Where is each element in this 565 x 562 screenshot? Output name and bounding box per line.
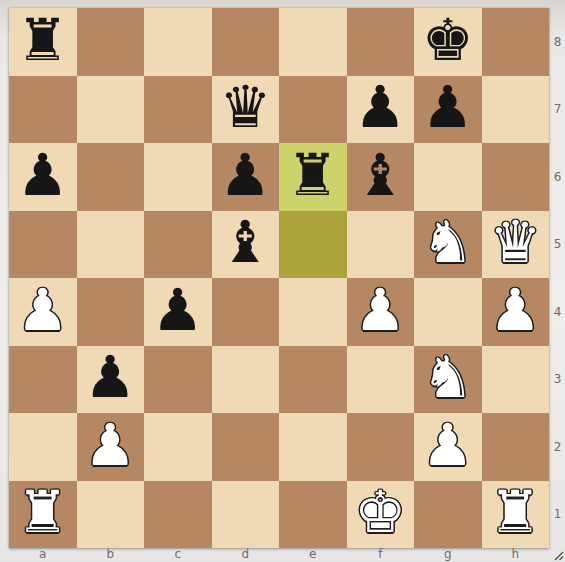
- square-d3[interactable]: [212, 346, 280, 414]
- white-rook[interactable]: ♜: [17, 483, 69, 541]
- square-d4[interactable]: [212, 278, 280, 346]
- square-g8[interactable]: ♚: [414, 8, 482, 76]
- square-a8[interactable]: ♜: [9, 8, 77, 76]
- square-h1[interactable]: ♜: [482, 481, 550, 549]
- file-label-h: h: [482, 546, 550, 562]
- rank-label-8: 8: [550, 8, 565, 76]
- square-e5[interactable]: [279, 211, 347, 279]
- square-e2[interactable]: [279, 413, 347, 481]
- file-label-b: b: [77, 546, 145, 562]
- square-a6[interactable]: ♟: [9, 143, 77, 211]
- square-e3[interactable]: [279, 346, 347, 414]
- page: ♜♚♛♟♟♟♟♜♝♝♞♛♟♟♟♟♟♞♟♟♜♚♜ 87654321 abcdefg…: [0, 0, 565, 562]
- file-coordinates: abcdefgh: [9, 546, 549, 562]
- white-knight[interactable]: ♞: [422, 213, 474, 271]
- square-a5[interactable]: [9, 211, 77, 279]
- square-c8[interactable]: [144, 8, 212, 76]
- file-label-e: e: [279, 546, 347, 562]
- black-pawn[interactable]: ♟: [219, 146, 271, 204]
- square-e7[interactable]: [279, 76, 347, 144]
- square-h5[interactable]: ♛: [482, 211, 550, 279]
- square-c6[interactable]: [144, 143, 212, 211]
- rank-label-6: 6: [550, 143, 565, 211]
- black-pawn[interactable]: ♟: [17, 146, 69, 204]
- black-pawn[interactable]: ♟: [84, 348, 136, 406]
- square-d8[interactable]: [212, 8, 280, 76]
- square-h2[interactable]: [482, 413, 550, 481]
- square-b6[interactable]: [77, 143, 145, 211]
- square-d5[interactable]: ♝: [212, 211, 280, 279]
- square-h7[interactable]: [482, 76, 550, 144]
- square-f7[interactable]: ♟: [347, 76, 415, 144]
- rank-label-1: 1: [550, 481, 565, 549]
- square-b2[interactable]: ♟: [77, 413, 145, 481]
- square-d2[interactable]: [212, 413, 280, 481]
- board-resize-handle-icon[interactable]: [551, 548, 564, 561]
- square-h8[interactable]: [482, 8, 550, 76]
- white-pawn[interactable]: ♟: [84, 416, 136, 474]
- rank-label-4: 4: [550, 278, 565, 346]
- square-c5[interactable]: [144, 211, 212, 279]
- black-pawn[interactable]: ♟: [354, 78, 406, 136]
- square-d7[interactable]: ♛: [212, 76, 280, 144]
- square-c4[interactable]: ♟: [144, 278, 212, 346]
- black-bishop[interactable]: ♝: [354, 146, 406, 204]
- square-f1[interactable]: ♚: [347, 481, 415, 549]
- rank-label-7: 7: [550, 76, 565, 144]
- square-c2[interactable]: [144, 413, 212, 481]
- black-king[interactable]: ♚: [422, 11, 474, 69]
- square-b3[interactable]: ♟: [77, 346, 145, 414]
- black-pawn[interactable]: ♟: [152, 281, 204, 339]
- black-queen[interactable]: ♛: [219, 78, 271, 136]
- chess-board: ♜♚♛♟♟♟♟♜♝♝♞♛♟♟♟♟♟♞♟♟♜♚♜: [9, 8, 549, 548]
- white-pawn[interactable]: ♟: [17, 281, 69, 339]
- square-h6[interactable]: [482, 143, 550, 211]
- square-a2[interactable]: [9, 413, 77, 481]
- square-h3[interactable]: [482, 346, 550, 414]
- square-b7[interactable]: [77, 76, 145, 144]
- black-bishop[interactable]: ♝: [219, 213, 271, 271]
- square-g6[interactable]: [414, 143, 482, 211]
- square-b1[interactable]: [77, 481, 145, 549]
- file-label-d: d: [212, 546, 280, 562]
- square-f3[interactable]: [347, 346, 415, 414]
- square-c1[interactable]: [144, 481, 212, 549]
- white-knight[interactable]: ♞: [422, 348, 474, 406]
- rank-label-3: 3: [550, 346, 565, 414]
- square-b5[interactable]: [77, 211, 145, 279]
- file-label-c: c: [144, 546, 212, 562]
- rank-label-5: 5: [550, 211, 565, 279]
- white-pawn[interactable]: ♟: [489, 281, 541, 339]
- file-label-a: a: [9, 546, 77, 562]
- square-a7[interactable]: [9, 76, 77, 144]
- square-f8[interactable]: [347, 8, 415, 76]
- white-king[interactable]: ♚: [354, 483, 406, 541]
- square-g3[interactable]: ♞: [414, 346, 482, 414]
- square-f5[interactable]: [347, 211, 415, 279]
- square-g7[interactable]: ♟: [414, 76, 482, 144]
- square-a1[interactable]: ♜: [9, 481, 77, 549]
- square-b8[interactable]: [77, 8, 145, 76]
- square-e4[interactable]: [279, 278, 347, 346]
- black-pawn[interactable]: ♟: [422, 78, 474, 136]
- square-a4[interactable]: ♟: [9, 278, 77, 346]
- white-rook[interactable]: ♜: [489, 483, 541, 541]
- black-rook[interactable]: ♜: [17, 11, 69, 69]
- square-g4[interactable]: [414, 278, 482, 346]
- rank-label-2: 2: [550, 413, 565, 481]
- square-f4[interactable]: ♟: [347, 278, 415, 346]
- square-h4[interactable]: ♟: [482, 278, 550, 346]
- square-g2[interactable]: ♟: [414, 413, 482, 481]
- square-f6[interactable]: ♝: [347, 143, 415, 211]
- file-label-f: f: [347, 546, 415, 562]
- square-c7[interactable]: [144, 76, 212, 144]
- square-c3[interactable]: [144, 346, 212, 414]
- white-pawn[interactable]: ♟: [354, 281, 406, 339]
- file-label-g: g: [414, 546, 482, 562]
- square-g5[interactable]: ♞: [414, 211, 482, 279]
- white-queen[interactable]: ♛: [489, 213, 541, 271]
- white-pawn[interactable]: ♟: [422, 416, 474, 474]
- square-e8[interactable]: [279, 8, 347, 76]
- square-d1[interactable]: [212, 481, 280, 549]
- square-d6[interactable]: ♟: [212, 143, 280, 211]
- square-a3[interactable]: [9, 346, 77, 414]
- rank-coordinates: 87654321: [550, 8, 565, 548]
- square-g1[interactable]: [414, 481, 482, 549]
- square-f2[interactable]: [347, 413, 415, 481]
- square-e6[interactable]: ♜: [279, 143, 347, 211]
- square-e1[interactable]: [279, 481, 347, 549]
- square-b4[interactable]: [77, 278, 145, 346]
- black-rook[interactable]: ♜: [287, 146, 339, 204]
